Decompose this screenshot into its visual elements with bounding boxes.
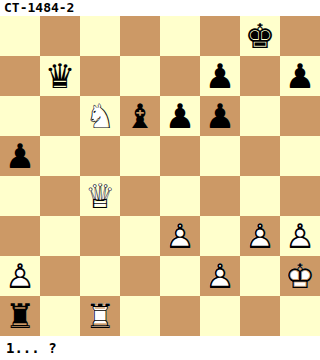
square-g8[interactable]: ♚ [240, 16, 280, 56]
square-h7[interactable]: ♟ [280, 56, 320, 96]
black-queen-glyph: ♛ [40, 56, 80, 96]
square-d7[interactable] [120, 56, 160, 96]
square-c4[interactable]: ♛♕ [80, 176, 120, 216]
square-h2[interactable]: ♚♔ [280, 256, 320, 296]
square-e7[interactable] [160, 56, 200, 96]
square-f3[interactable] [200, 216, 240, 256]
square-d4[interactable] [120, 176, 160, 216]
black-pawn-glyph: ♟ [280, 56, 320, 96]
square-a4[interactable] [0, 176, 40, 216]
black-pawn-piece: ♟ [160, 96, 200, 136]
square-f7[interactable]: ♟ [200, 56, 240, 96]
square-g3[interactable]: ♟♙ [240, 216, 280, 256]
square-f4[interactable] [200, 176, 240, 216]
white-pawn-piece: ♟♙ [200, 256, 240, 296]
black-pawn-piece: ♟ [280, 56, 320, 96]
square-c2[interactable] [80, 256, 120, 296]
black-pawn-glyph: ♟ [200, 96, 240, 136]
white-rook-piece: ♜♖ [80, 296, 120, 336]
chess-puzzle-diagram: CT-1484-2 ♚♛♟♟♞♘♝♟♟♟♛♕♟♙♟♙♟♙♟♙♟♙♚♔♜♜♖ 1.… [0, 0, 320, 360]
white-pawn-piece: ♟♙ [280, 216, 320, 256]
black-pawn-glyph: ♟ [0, 136, 40, 176]
square-b6[interactable] [40, 96, 80, 136]
black-pawn-glyph: ♟ [160, 96, 200, 136]
move-prompt: 1... ? [0, 336, 320, 360]
square-d6[interactable]: ♝ [120, 96, 160, 136]
black-rook-glyph: ♜ [0, 296, 40, 336]
black-queen-piece: ♛ [40, 56, 80, 96]
square-c1[interactable]: ♜♖ [80, 296, 120, 336]
black-pawn-glyph: ♟ [200, 56, 240, 96]
square-f5[interactable] [200, 136, 240, 176]
white-pawn-glyph-outline: ♙ [240, 216, 280, 256]
white-king-glyph-outline: ♔ [280, 256, 320, 296]
square-f8[interactable] [200, 16, 240, 56]
square-b5[interactable] [40, 136, 80, 176]
square-h3[interactable]: ♟♙ [280, 216, 320, 256]
black-king-glyph: ♚ [240, 16, 280, 56]
white-pawn-glyph-outline: ♙ [280, 216, 320, 256]
square-g1[interactable] [240, 296, 280, 336]
puzzle-title: CT-1484-2 [0, 0, 320, 16]
white-pawn-piece: ♟♙ [0, 256, 40, 296]
square-b3[interactable] [40, 216, 80, 256]
square-d1[interactable] [120, 296, 160, 336]
square-c7[interactable] [80, 56, 120, 96]
square-f2[interactable]: ♟♙ [200, 256, 240, 296]
white-king-piece: ♚♔ [280, 256, 320, 296]
white-queen-piece: ♛♕ [80, 176, 120, 216]
square-g4[interactable] [240, 176, 280, 216]
chess-board: ♚♛♟♟♞♘♝♟♟♟♛♕♟♙♟♙♟♙♟♙♟♙♚♔♜♜♖ [0, 16, 320, 336]
square-d5[interactable] [120, 136, 160, 176]
square-g6[interactable] [240, 96, 280, 136]
white-pawn-glyph-outline: ♙ [0, 256, 40, 296]
black-pawn-piece: ♟ [0, 136, 40, 176]
square-g7[interactable] [240, 56, 280, 96]
square-e1[interactable] [160, 296, 200, 336]
white-knight-glyph-outline: ♘ [80, 96, 120, 136]
square-b4[interactable] [40, 176, 80, 216]
square-f6[interactable]: ♟ [200, 96, 240, 136]
black-bishop-glyph: ♝ [120, 96, 160, 136]
square-d2[interactable] [120, 256, 160, 296]
square-e2[interactable] [160, 256, 200, 296]
square-a6[interactable] [0, 96, 40, 136]
black-rook-piece: ♜ [0, 296, 40, 336]
square-h6[interactable] [280, 96, 320, 136]
square-h5[interactable] [280, 136, 320, 176]
square-b2[interactable] [40, 256, 80, 296]
square-h8[interactable] [280, 16, 320, 56]
square-e5[interactable] [160, 136, 200, 176]
white-pawn-glyph-outline: ♙ [160, 216, 200, 256]
square-c5[interactable] [80, 136, 120, 176]
white-pawn-piece: ♟♙ [160, 216, 200, 256]
white-pawn-piece: ♟♙ [240, 216, 280, 256]
square-c3[interactable] [80, 216, 120, 256]
square-c8[interactable] [80, 16, 120, 56]
square-g5[interactable] [240, 136, 280, 176]
square-a1[interactable]: ♜ [0, 296, 40, 336]
black-king-piece: ♚ [240, 16, 280, 56]
square-a8[interactable] [0, 16, 40, 56]
square-b1[interactable] [40, 296, 80, 336]
square-e8[interactable] [160, 16, 200, 56]
square-b7[interactable]: ♛ [40, 56, 80, 96]
black-bishop-piece: ♝ [120, 96, 160, 136]
black-pawn-piece: ♟ [200, 96, 240, 136]
square-e6[interactable]: ♟ [160, 96, 200, 136]
square-g2[interactable] [240, 256, 280, 296]
square-a3[interactable] [0, 216, 40, 256]
square-h1[interactable] [280, 296, 320, 336]
square-c6[interactable]: ♞♘ [80, 96, 120, 136]
square-a2[interactable]: ♟♙ [0, 256, 40, 296]
white-rook-glyph-outline: ♖ [80, 296, 120, 336]
square-e3[interactable]: ♟♙ [160, 216, 200, 256]
white-knight-piece: ♞♘ [80, 96, 120, 136]
square-d3[interactable] [120, 216, 160, 256]
white-pawn-glyph-outline: ♙ [200, 256, 240, 296]
black-pawn-piece: ♟ [200, 56, 240, 96]
square-h4[interactable] [280, 176, 320, 216]
square-b8[interactable] [40, 16, 80, 56]
square-a7[interactable] [0, 56, 40, 96]
white-queen-glyph-outline: ♕ [80, 176, 120, 216]
square-a5[interactable]: ♟ [0, 136, 40, 176]
square-f1[interactable] [200, 296, 240, 336]
square-d8[interactable] [120, 16, 160, 56]
square-e4[interactable] [160, 176, 200, 216]
